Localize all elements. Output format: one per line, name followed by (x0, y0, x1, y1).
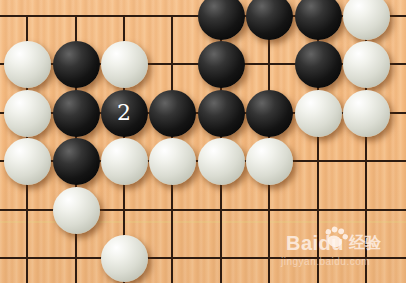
white-stone (149, 138, 196, 185)
black-stone (149, 90, 196, 137)
black-stone (198, 0, 245, 40)
black-stone (295, 41, 342, 88)
watermark-brand-row: Baidu 经验 (286, 228, 381, 255)
white-stone (246, 138, 293, 185)
white-stone (4, 90, 51, 137)
white-stone (53, 187, 100, 234)
black-stone (198, 41, 245, 88)
black-stone (53, 138, 100, 185)
white-stone (4, 138, 51, 185)
go-board: 2 Baidu 经验 jingyan.baidu.com (0, 0, 406, 283)
baidu-jingyan-watermark: Baidu 经验 jingyan.baidu.com (286, 228, 381, 267)
white-stone (4, 41, 51, 88)
black-stone (198, 90, 245, 137)
watermark-jingyan-text: 经验 (349, 233, 381, 255)
black-stone (53, 41, 100, 88)
black-stone (53, 90, 100, 137)
watermark-url-text: jingyan.baidu.com (281, 256, 381, 267)
white-stone (101, 235, 148, 282)
black-stone (246, 90, 293, 137)
black-stone (246, 0, 293, 40)
black-stone: 2 (101, 90, 148, 137)
move-number-label: 2 (101, 90, 148, 137)
white-stone (295, 90, 342, 137)
white-stone (343, 90, 390, 137)
black-stone (295, 0, 342, 40)
white-stone (101, 138, 148, 185)
white-stone (101, 41, 148, 88)
white-stone (343, 41, 390, 88)
white-stone (198, 138, 245, 185)
white-stone (343, 0, 390, 40)
